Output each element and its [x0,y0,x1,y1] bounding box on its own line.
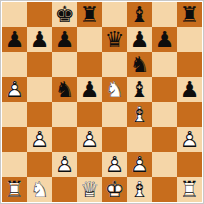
white-knight-outline: ♘ [27,177,52,202]
square-a3[interactable] [2,127,27,152]
white-pawn-outline: ♙ [52,152,77,177]
square-e2[interactable]: ♟♙ [102,152,127,177]
black-bishop-piece: ♝ [127,77,152,102]
square-d3[interactable]: ♟♙ [77,127,102,152]
square-e7[interactable]: ♛ [102,27,127,52]
square-d2[interactable] [77,152,102,177]
white-queen-outline: ♕ [77,177,102,202]
white-pawn-piece: ♟ [27,127,52,152]
square-h6[interactable] [177,52,202,77]
square-c4[interactable] [52,102,77,127]
chess-board: ♚♜♝♜♟♟♟♛♟♟♞♟♙♞♟♞♘♝♟♝♗♟♙♟♙♟♙♟♙♟♙♟♙♜♖♞♘♛♕♚… [2,2,202,202]
square-f8[interactable]: ♝ [127,2,152,27]
square-f4[interactable]: ♝♗ [127,102,152,127]
black-bishop-piece: ♝ [127,2,152,27]
square-g6[interactable] [152,52,177,77]
black-king-piece: ♚ [52,2,77,27]
square-a4[interactable] [2,102,27,127]
square-d8[interactable]: ♜ [77,2,102,27]
square-d6[interactable] [77,52,102,77]
square-d5[interactable]: ♟ [77,77,102,102]
white-king-piece: ♚ [102,177,127,202]
white-pawn-outline: ♙ [27,127,52,152]
white-rook-piece: ♜ [177,177,202,202]
square-e3[interactable] [102,127,127,152]
white-bishop-piece: ♝ [127,177,152,202]
square-b4[interactable] [27,102,52,127]
square-a1[interactable]: ♜♖ [2,177,27,202]
square-d1[interactable]: ♛♕ [77,177,102,202]
square-h4[interactable] [177,102,202,127]
square-h3[interactable]: ♟♙ [177,127,202,152]
square-e4[interactable] [102,102,127,127]
square-a2[interactable] [2,152,27,177]
square-b5[interactable] [27,77,52,102]
square-d7[interactable] [77,27,102,52]
square-c5[interactable]: ♞ [52,77,77,102]
white-king-outline: ♔ [102,177,127,202]
white-pawn-outline: ♙ [177,127,202,152]
black-pawn-piece: ♟ [127,27,152,52]
square-h2[interactable] [177,152,202,177]
square-g7[interactable]: ♟ [152,27,177,52]
square-h1[interactable]: ♜♖ [177,177,202,202]
square-c6[interactable] [52,52,77,77]
square-b7[interactable]: ♟ [27,27,52,52]
square-h7[interactable] [177,27,202,52]
white-pawn-piece: ♟ [177,127,202,152]
square-b2[interactable] [27,152,52,177]
black-queen-piece: ♛ [102,27,127,52]
square-b8[interactable] [27,2,52,27]
square-c1[interactable] [52,177,77,202]
square-g1[interactable] [152,177,177,202]
white-pawn-piece: ♟ [77,127,102,152]
white-queen-piece: ♛ [77,177,102,202]
square-h8[interactable]: ♜ [177,2,202,27]
black-rook-piece: ♜ [177,2,202,27]
square-a7[interactable]: ♟ [2,27,27,52]
white-knight-piece: ♞ [27,177,52,202]
white-knight-outline: ♘ [102,77,127,102]
black-pawn-piece: ♟ [177,77,202,102]
white-pawn-outline: ♙ [77,127,102,152]
board-frame: ♚♜♝♜♟♟♟♛♟♟♞♟♙♞♟♞♘♝♟♝♗♟♙♟♙♟♙♟♙♟♙♟♙♜♖♞♘♛♕♚… [0,0,204,204]
white-pawn-piece: ♟ [52,152,77,177]
white-rook-outline: ♖ [177,177,202,202]
black-pawn-piece: ♟ [77,77,102,102]
square-d4[interactable] [77,102,102,127]
black-pawn-piece: ♟ [152,27,177,52]
square-f5[interactable]: ♝ [127,77,152,102]
square-e8[interactable] [102,2,127,27]
square-f7[interactable]: ♟ [127,27,152,52]
square-c8[interactable]: ♚ [52,2,77,27]
square-g3[interactable] [152,127,177,152]
square-a6[interactable] [2,52,27,77]
square-c7[interactable]: ♟ [52,27,77,52]
white-knight-piece: ♞ [102,77,127,102]
square-e1[interactable]: ♚♔ [102,177,127,202]
square-c3[interactable] [52,127,77,152]
black-knight-piece: ♞ [52,77,77,102]
square-e6[interactable] [102,52,127,77]
square-g2[interactable] [152,152,177,177]
white-pawn-piece: ♟ [127,152,152,177]
black-rook-piece: ♜ [77,2,102,27]
square-f6[interactable]: ♞ [127,52,152,77]
square-e5[interactable]: ♞♘ [102,77,127,102]
square-c2[interactable]: ♟♙ [52,152,77,177]
square-f1[interactable]: ♝♗ [127,177,152,202]
square-h5[interactable]: ♟ [177,77,202,102]
square-f2[interactable]: ♟♙ [127,152,152,177]
square-b6[interactable] [27,52,52,77]
white-rook-outline: ♖ [2,177,27,202]
square-f3[interactable] [127,127,152,152]
square-a5[interactable]: ♟♙ [2,77,27,102]
white-pawn-outline: ♙ [102,152,127,177]
square-g4[interactable] [152,102,177,127]
white-bishop-piece: ♝ [127,102,152,127]
square-g5[interactable] [152,77,177,102]
square-g8[interactable] [152,2,177,27]
black-pawn-piece: ♟ [2,27,27,52]
white-rook-piece: ♜ [2,177,27,202]
white-bishop-outline: ♗ [127,177,152,202]
white-bishop-outline: ♗ [127,102,152,127]
square-a8[interactable] [2,2,27,27]
white-pawn-outline: ♙ [127,152,152,177]
square-b3[interactable]: ♟♙ [27,127,52,152]
white-pawn-piece: ♟ [2,77,27,102]
black-pawn-piece: ♟ [52,27,77,52]
white-pawn-piece: ♟ [102,152,127,177]
white-pawn-outline: ♙ [2,77,27,102]
square-b1[interactable]: ♞♘ [27,177,52,202]
black-pawn-piece: ♟ [27,27,52,52]
black-knight-piece: ♞ [127,52,152,77]
